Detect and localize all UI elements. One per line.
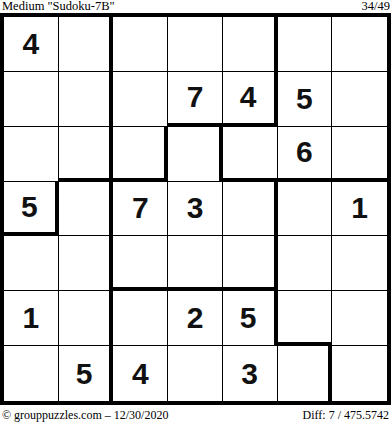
cell-r6c7[interactable] [332,291,387,346]
cell-r6c3[interactable] [113,291,168,346]
cell-r2c4: 7 [168,72,223,127]
cell-r2c3[interactable] [113,72,168,127]
cell-r3c4[interactable] [168,127,223,182]
cell-r6c4: 2 [168,291,223,346]
cell-r6c2[interactable] [59,291,114,346]
cell-r4c4: 3 [168,182,223,237]
cell-r5c5[interactable] [223,236,278,291]
cell-r4c6[interactable] [278,182,333,237]
cell-r1c7[interactable] [332,17,387,72]
cell-r4c1: 5 [4,182,59,237]
difficulty-text: Diff: 7 / 475.5742 [303,408,389,422]
cell-r4c5[interactable] [223,182,278,237]
cell-r2c6: 5 [278,72,333,127]
cell-r3c5[interactable] [223,127,278,182]
cell-r4c7: 1 [332,182,387,237]
cell-r2c2[interactable] [59,72,114,127]
cell-r3c2[interactable] [59,127,114,182]
header: Medium "Sudoku-7B" 34/49 [0,0,391,13]
cell-r7c6[interactable] [278,346,333,401]
cell-r7c3: 4 [113,346,168,401]
cell-counter: 34/49 [362,0,390,13]
cell-r1c6[interactable] [278,17,333,72]
footer: © grouppuzzles.com – 12/30/2020 Diff: 7 … [0,405,391,426]
cell-r2c1[interactable] [4,72,59,127]
cell-r5c6[interactable] [278,236,333,291]
puzzle-page: Medium "Sudoku-7B" 34/49 474565731125543… [0,0,391,426]
cell-r3c1[interactable] [4,127,59,182]
cell-r6c1: 1 [4,291,59,346]
cell-r7c5: 3 [223,346,278,401]
board: 474565731125543 [0,13,391,405]
cell-r7c1[interactable] [4,346,59,401]
cell-r7c4[interactable] [168,346,223,401]
cell-r5c4[interactable] [168,236,223,291]
cell-r3c6: 6 [278,127,333,182]
cell-r7c7[interactable] [332,346,387,401]
cell-r1c5[interactable] [223,17,278,72]
puzzle-title: Medium "Sudoku-7B" [2,0,115,13]
cell-r5c7[interactable] [332,236,387,291]
cell-r6c5: 5 [223,291,278,346]
cell-r4c2[interactable] [59,182,114,237]
cell-r2c5: 4 [223,72,278,127]
cell-r5c3[interactable] [113,236,168,291]
cell-r1c3[interactable] [113,17,168,72]
cell-r7c2: 5 [59,346,114,401]
cell-r4c3: 7 [113,182,168,237]
copyright-text: © grouppuzzles.com – 12/30/2020 [2,408,168,422]
cell-r5c2[interactable] [59,236,114,291]
cell-r1c4[interactable] [168,17,223,72]
cell-r6c6[interactable] [278,291,333,346]
cell-r3c3[interactable] [113,127,168,182]
cell-r3c7[interactable] [332,127,387,182]
cell-r2c7[interactable] [332,72,387,127]
cell-r1c1: 4 [4,17,59,72]
cell-r5c1[interactable] [4,236,59,291]
cell-r1c2[interactable] [59,17,114,72]
